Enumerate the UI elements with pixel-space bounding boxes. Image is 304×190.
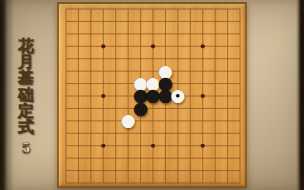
gomoku-board: ●●●●●●●●●●● xyxy=(57,2,247,188)
caption-char: 式 xyxy=(13,119,39,135)
last-move-marker: ● xyxy=(172,90,184,102)
caption-column: 花 月 基 础 定 式 5 xyxy=(13,38,39,156)
stones-layer: ●●●●●●●●●●● xyxy=(60,3,246,189)
left-letterbox-bar xyxy=(0,0,14,190)
video-frame: 花 月 基 础 定 式 5 ●●●●●●●●●●● xyxy=(0,0,304,190)
white-stone: ● xyxy=(122,115,134,127)
white-stone: ●● xyxy=(172,90,184,102)
right-letterbox-bar xyxy=(296,0,304,190)
diagram-number: 5 xyxy=(21,141,30,156)
black-stone: ● xyxy=(134,102,146,114)
